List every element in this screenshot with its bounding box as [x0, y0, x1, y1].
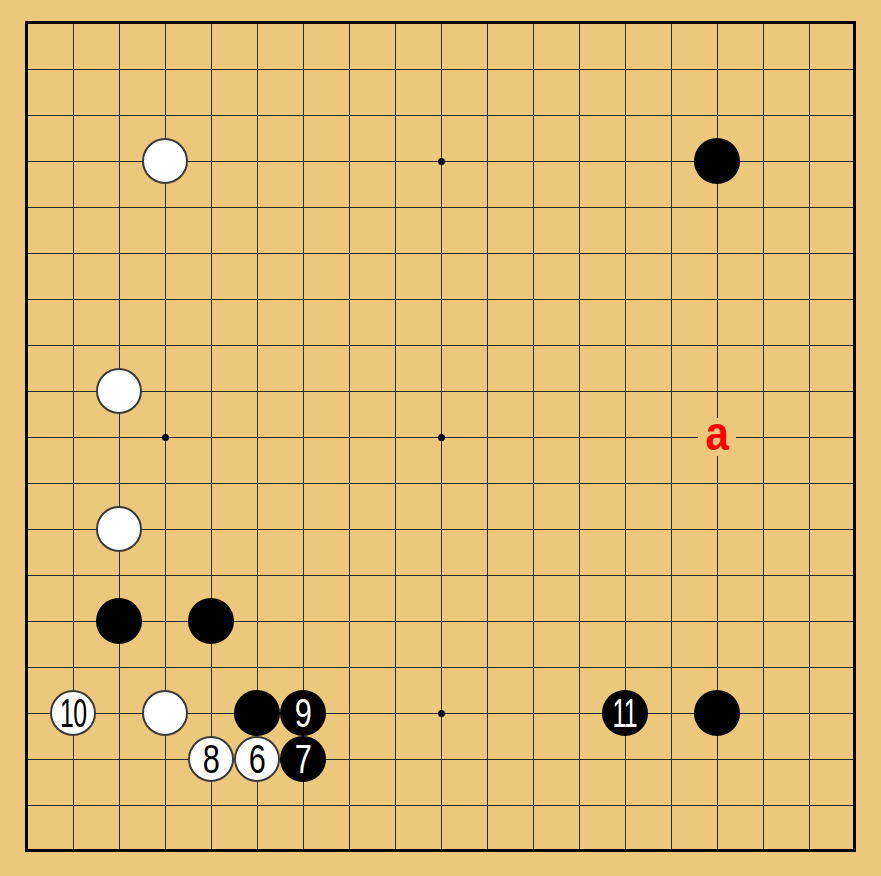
white-stone-C11[interactable] — [96, 368, 142, 414]
move-number: 9 — [294, 693, 311, 734]
black-stone-C6[interactable] — [96, 598, 142, 644]
black-stone-F4[interactable] — [234, 690, 280, 736]
go-board[interactable]: a10986711 — [0, 0, 881, 876]
white-stone-D16[interactable] — [142, 138, 188, 184]
black-stone-O4[interactable]: 11 — [602, 690, 648, 736]
move-number: 6 — [248, 739, 265, 780]
white-stone-B4[interactable]: 10 — [50, 690, 96, 736]
point-label-a[interactable]: a — [698, 418, 736, 456]
point-label-text: a — [705, 410, 728, 458]
white-stone-F3[interactable]: 6 — [234, 736, 280, 782]
black-stone-G4[interactable]: 9 — [280, 690, 326, 736]
white-stone-D4[interactable] — [142, 690, 188, 736]
move-number: 11 — [613, 693, 638, 733]
move-number: 8 — [202, 739, 219, 780]
white-stone-E3[interactable]: 8 — [188, 736, 234, 782]
move-number: 7 — [294, 739, 311, 780]
black-stone-E6[interactable] — [188, 598, 234, 644]
go-diagram-page: a10986711 — [0, 0, 881, 876]
star-point — [162, 434, 169, 441]
white-stone-C8[interactable] — [96, 506, 142, 552]
move-number: 10 — [60, 693, 86, 733]
black-stone-G3[interactable]: 7 — [280, 736, 326, 782]
star-point — [438, 158, 445, 165]
star-point — [438, 434, 445, 441]
star-point — [438, 710, 445, 717]
black-stone-Q4[interactable] — [694, 690, 740, 736]
black-stone-Q16[interactable] — [694, 138, 740, 184]
